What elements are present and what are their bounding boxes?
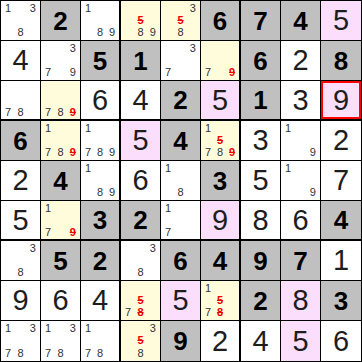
pencil-empty-slot xyxy=(54,202,66,214)
pencil-empty-slot xyxy=(94,162,106,174)
pencil-empty-slot xyxy=(94,174,106,186)
pencil-mark: 3 xyxy=(67,322,79,335)
pencil-empty-slot xyxy=(226,282,238,294)
cell-r2c1[interactable]: 4 xyxy=(1,41,41,81)
pencil-empty-slot xyxy=(67,134,79,146)
given-digit: 2 xyxy=(253,288,267,314)
given-digit: 4 xyxy=(293,8,307,34)
pencil-empty-slot xyxy=(187,14,199,26)
cell-r6c5[interactable]: 17 xyxy=(161,201,201,241)
pencil-empty-slot xyxy=(294,162,306,174)
cell-r2c2[interactable]: 379 xyxy=(41,41,81,81)
pencil-mark-eliminated: 5 xyxy=(134,335,146,348)
cell-r6c7[interactable]: 8 xyxy=(241,201,281,241)
pencil-empty-slot xyxy=(122,254,134,266)
pencil-empty-slot xyxy=(282,174,294,186)
pencil-empty-slot xyxy=(174,202,186,214)
pencil-empty-slot xyxy=(174,162,186,174)
pencil-mark: 8 xyxy=(14,347,26,360)
pencil-mark: 3 xyxy=(27,322,39,335)
cell-r4c3[interactable]: 1789 xyxy=(81,121,121,161)
cell-r8c8[interactable]: 8 xyxy=(281,281,321,321)
cell-r9c8[interactable]: 5 xyxy=(281,321,321,361)
pencil-empty-slot xyxy=(27,94,39,106)
pencil-mark-eliminated: 9 xyxy=(67,226,79,238)
pencil-empty-slot xyxy=(2,94,14,106)
pencil-marks: 578 xyxy=(122,282,159,319)
pencil-empty-slot xyxy=(54,134,66,146)
pencil-mark-eliminated: 5 xyxy=(134,14,146,26)
cell-r8c4[interactable]: 578 xyxy=(121,281,161,321)
cell-r4c1[interactable]: 6 xyxy=(1,121,41,161)
pencil-empty-slot xyxy=(67,94,79,106)
solved-digit: 6 xyxy=(292,206,308,235)
given-digit: 2 xyxy=(93,248,107,274)
given-digit: 2 xyxy=(133,207,147,233)
cell-r1c9[interactable]: 5 xyxy=(321,1,361,41)
cell-r7c5[interactable]: 6 xyxy=(161,241,201,281)
cell-r1c1[interactable]: 138 xyxy=(1,1,41,41)
pencil-empty-slot xyxy=(202,134,214,146)
given-digit: 1 xyxy=(133,48,147,74)
pencil-mark: 9 xyxy=(147,27,159,39)
pencil-empty-slot xyxy=(94,335,106,348)
pencil-empty-slot xyxy=(54,82,66,94)
pencil-empty-slot xyxy=(27,82,39,94)
cell-r1c5[interactable]: 358 xyxy=(161,1,201,41)
given-digit: 2 xyxy=(173,87,187,113)
cell-r2c9[interactable]: 8 xyxy=(321,41,361,81)
solved-digit: 6 xyxy=(52,286,68,315)
pencil-empty-slot xyxy=(282,147,294,159)
cell-r9c7[interactable]: 4 xyxy=(241,321,281,361)
pencil-empty-slot xyxy=(134,322,146,335)
pencil-marks: 358 xyxy=(122,322,159,360)
cell-r3c9[interactable]: 9 xyxy=(321,81,361,121)
pencil-mark: 7 xyxy=(42,106,54,118)
pencil-mark: 3 xyxy=(147,322,159,335)
pencil-mark: 1 xyxy=(2,2,14,14)
cell-r8c7[interactable]: 2 xyxy=(241,281,281,321)
pencil-mark: 8 xyxy=(94,187,106,199)
pencil-mark: 8 xyxy=(134,27,146,39)
cell-r4c5[interactable]: 4 xyxy=(161,121,201,161)
given-digit: 4 xyxy=(334,207,348,233)
cell-r5c3[interactable]: 189 xyxy=(81,161,121,201)
pencil-empty-slot xyxy=(147,267,159,279)
pencil-marks: 138 xyxy=(2,2,39,39)
pencil-empty-slot xyxy=(122,294,134,306)
pencil-empty-slot xyxy=(147,294,159,306)
pencil-mark: 7 xyxy=(42,347,54,360)
pencil-marks: 1789 xyxy=(82,122,118,159)
pencil-empty-slot xyxy=(226,42,238,54)
pencil-empty-slot xyxy=(162,2,174,14)
cell-r1c7[interactable]: 7 xyxy=(241,1,281,41)
pencil-mark-eliminated: 9 xyxy=(67,106,79,118)
pencil-empty-slot xyxy=(2,14,14,26)
pencil-mark-eliminated: 8 xyxy=(134,307,146,319)
cell-r6c4[interactable]: 2 xyxy=(121,201,161,241)
cell-r8c2[interactable]: 6 xyxy=(41,281,81,321)
cell-r5c5[interactable]: 18 xyxy=(161,161,201,201)
given-digit: 5 xyxy=(93,48,107,74)
pencil-mark: 8 xyxy=(94,27,106,39)
pencil-mark: 3 xyxy=(187,2,199,14)
pencil-empty-slot xyxy=(134,254,146,266)
pencil-empty-slot xyxy=(42,54,54,66)
pencil-empty-slot xyxy=(147,282,159,294)
pencil-empty-slot xyxy=(54,214,66,226)
cell-r4c4[interactable]: 5 xyxy=(121,121,161,161)
pencil-empty-slot xyxy=(42,94,54,106)
pencil-empty-slot xyxy=(27,335,39,348)
pencil-mark: 1 xyxy=(42,122,54,134)
pencil-empty-slot xyxy=(2,254,14,266)
given-digit: 4 xyxy=(53,168,67,194)
pencil-empty-slot xyxy=(67,214,79,226)
solved-digit: 5 xyxy=(132,126,148,155)
pencil-mark-eliminated: 5 xyxy=(214,134,226,146)
solved-digit: 5 xyxy=(12,206,28,235)
pencil-empty-slot xyxy=(174,42,186,54)
pencil-empty-slot xyxy=(187,187,199,199)
cell-r7c9[interactable]: 1 xyxy=(321,241,361,281)
pencil-empty-slot xyxy=(54,335,66,348)
pencil-marks: 789 xyxy=(42,82,79,118)
pencil-empty-slot xyxy=(294,174,306,186)
pencil-empty-slot xyxy=(202,54,214,66)
solved-digit: 8 xyxy=(292,286,308,315)
solved-digit: 3 xyxy=(252,126,268,155)
pencil-empty-slot xyxy=(94,14,106,26)
pencil-mark: 9 xyxy=(307,187,319,199)
pencil-empty-slot xyxy=(122,267,134,279)
pencil-marks: 15789 xyxy=(202,122,238,159)
pencil-mark: 1 xyxy=(82,2,94,14)
pencil-mark: 7 xyxy=(42,147,54,159)
cell-r2c3[interactable]: 5 xyxy=(81,41,121,81)
pencil-empty-slot xyxy=(307,122,319,134)
pencil-mark: 3 xyxy=(27,2,39,14)
cell-r7c6[interactable]: 4 xyxy=(201,241,241,281)
pencil-empty-slot xyxy=(27,27,39,39)
pencil-empty-slot xyxy=(54,122,66,134)
pencil-empty-slot xyxy=(94,122,106,134)
cell-r4c6[interactable]: 15789 xyxy=(201,121,241,161)
cell-r7c1[interactable]: 38 xyxy=(1,241,41,281)
given-digit: 2 xyxy=(53,8,67,34)
pencil-mark: 1 xyxy=(162,162,174,174)
cell-r1c3[interactable]: 189 xyxy=(81,1,121,41)
pencil-mark: 8 xyxy=(174,187,186,199)
pencil-mark: 1 xyxy=(42,202,54,214)
cell-r4c9[interactable]: 2 xyxy=(321,121,361,161)
pencil-empty-slot xyxy=(294,122,306,134)
pencil-mark-eliminated: 5 xyxy=(174,14,186,26)
sudoku-board: 1382189589358674543795137796287878964251… xyxy=(0,0,362,362)
pencil-empty-slot xyxy=(122,347,134,360)
pencil-mark: 8 xyxy=(214,147,226,159)
solved-digit: 5 xyxy=(252,166,268,195)
pencil-empty-slot xyxy=(187,27,199,39)
pencil-empty-slot xyxy=(214,42,226,54)
given-digit: 5 xyxy=(53,248,67,274)
pencil-empty-slot xyxy=(2,242,14,254)
cell-r6c2[interactable]: 179 xyxy=(41,201,81,241)
pencil-empty-slot xyxy=(82,187,94,199)
pencil-empty-slot xyxy=(82,14,94,26)
pencil-empty-slot xyxy=(187,67,199,79)
pencil-empty-slot xyxy=(106,174,118,186)
given-digit: 6 xyxy=(253,48,267,74)
pencil-mark: 3 xyxy=(187,42,199,54)
pencil-empty-slot xyxy=(42,134,54,146)
cell-r1c4[interactable]: 589 xyxy=(121,1,161,41)
given-digit: 3 xyxy=(334,288,348,314)
pencil-marks: 38 xyxy=(2,242,39,279)
cell-r5c9[interactable]: 7 xyxy=(321,161,361,201)
pencil-empty-slot xyxy=(162,214,174,226)
pencil-empty-slot xyxy=(106,162,118,174)
pencil-empty-slot xyxy=(54,42,66,54)
cell-r5c7[interactable]: 5 xyxy=(241,161,281,201)
pencil-empty-slot xyxy=(82,27,94,39)
pencil-empty-slot xyxy=(307,134,319,146)
pencil-mark-eliminated: 5 xyxy=(214,294,226,306)
cell-r8c1[interactable]: 9 xyxy=(1,281,41,321)
pencil-empty-slot xyxy=(147,254,159,266)
pencil-mark: 9 xyxy=(106,27,118,39)
cell-r7c8[interactable]: 7 xyxy=(281,241,321,281)
pencil-empty-slot xyxy=(122,335,134,348)
pencil-empty-slot xyxy=(42,82,54,94)
pencil-empty-slot xyxy=(147,2,159,14)
pencil-empty-slot xyxy=(82,335,94,348)
solved-digit: 4 xyxy=(252,327,268,356)
pencil-empty-slot xyxy=(307,174,319,186)
pencil-empty-slot xyxy=(294,187,306,199)
cell-r2c8[interactable]: 2 xyxy=(281,41,321,81)
given-digit: 7 xyxy=(253,8,267,34)
cell-r2c4[interactable]: 1 xyxy=(121,41,161,81)
pencil-empty-slot xyxy=(14,82,26,94)
cell-r3c7[interactable]: 1 xyxy=(241,81,281,121)
pencil-marks: 1578 xyxy=(202,282,238,319)
pencil-empty-slot xyxy=(14,335,26,348)
pencil-empty-slot xyxy=(67,202,79,214)
solved-digit: 4 xyxy=(92,286,108,315)
pencil-mark: 1 xyxy=(82,162,94,174)
cell-r1c6[interactable]: 6 xyxy=(201,1,241,41)
pencil-marks: 37 xyxy=(162,42,199,79)
solved-digit: 9 xyxy=(212,206,228,235)
cell-r8c5[interactable]: 5 xyxy=(161,281,201,321)
pencil-mark: 7 xyxy=(2,106,14,118)
cell-r2c5[interactable]: 37 xyxy=(161,41,201,81)
cell-r5c4[interactable]: 6 xyxy=(121,161,161,201)
pencil-empty-slot xyxy=(106,122,118,134)
cell-r8c3[interactable]: 4 xyxy=(81,281,121,321)
pencil-empty-slot xyxy=(202,42,214,54)
pencil-marks: 78 xyxy=(2,82,39,118)
pencil-empty-slot xyxy=(226,134,238,146)
given-digit: 9 xyxy=(173,328,187,354)
cell-r3c1[interactable]: 78 xyxy=(1,81,41,121)
pencil-marks: 18 xyxy=(162,162,199,199)
pencil-empty-slot xyxy=(27,14,39,26)
cell-r3c5[interactable]: 2 xyxy=(161,81,201,121)
cell-r9c2[interactable]: 1378 xyxy=(41,321,81,361)
cell-r4c2[interactable]: 1789 xyxy=(41,121,81,161)
cell-r9c6[interactable]: 2 xyxy=(201,321,241,361)
pencil-mark-eliminated: 9 xyxy=(226,147,238,159)
pencil-mark-eliminated: 9 xyxy=(67,147,79,159)
cell-r7c3[interactable]: 2 xyxy=(81,241,121,281)
pencil-empty-slot xyxy=(226,54,238,66)
pencil-empty-slot xyxy=(67,347,79,360)
pencil-mark: 1 xyxy=(162,202,174,214)
pencil-empty-slot xyxy=(214,54,226,66)
pencil-empty-slot xyxy=(14,254,26,266)
cell-r3c3[interactable]: 6 xyxy=(81,81,121,121)
cell-r1c8[interactable]: 4 xyxy=(281,1,321,41)
pencil-empty-slot xyxy=(187,54,199,66)
pencil-empty-slot xyxy=(147,335,159,348)
given-digit: 4 xyxy=(213,248,227,274)
pencil-empty-slot xyxy=(307,162,319,174)
pencil-mark: 8 xyxy=(14,27,26,39)
cell-r6c3[interactable]: 3 xyxy=(81,201,121,241)
solved-digit: 8 xyxy=(252,206,268,235)
pencil-mark: 8 xyxy=(174,27,186,39)
pencil-mark: 9 xyxy=(106,147,118,159)
cell-r3c2[interactable]: 789 xyxy=(41,81,81,121)
pencil-mark: 7 xyxy=(202,147,214,159)
pencil-mark: 3 xyxy=(27,242,39,254)
pencil-mark: 3 xyxy=(67,42,79,54)
cell-r4c7[interactable]: 3 xyxy=(241,121,281,161)
pencil-empty-slot xyxy=(226,307,238,319)
cell-r6c1[interactable]: 5 xyxy=(1,201,41,241)
pencil-empty-slot xyxy=(226,294,238,306)
pencil-marks: 358 xyxy=(162,2,199,39)
pencil-empty-slot xyxy=(282,134,294,146)
pencil-empty-slot xyxy=(162,27,174,39)
pencil-empty-slot xyxy=(82,174,94,186)
pencil-mark: 9 xyxy=(106,187,118,199)
pencil-empty-slot xyxy=(122,2,134,14)
cell-r7c7[interactable]: 9 xyxy=(241,241,281,281)
cell-r6c6[interactable]: 9 xyxy=(201,201,241,241)
cell-r2c6[interactable]: 79 xyxy=(201,41,241,81)
cell-r8c6[interactable]: 1578 xyxy=(201,281,241,321)
pencil-mark: 8 xyxy=(94,347,106,360)
cell-r1c2[interactable]: 2 xyxy=(41,1,81,41)
cell-r5c6[interactable]: 3 xyxy=(201,161,241,201)
solved-digit: 6 xyxy=(333,327,349,356)
cell-r9c4[interactable]: 358 xyxy=(121,321,161,361)
cell-r3c8[interactable]: 3 xyxy=(281,81,321,121)
pencil-mark: 1 xyxy=(202,282,214,294)
pencil-empty-slot xyxy=(67,122,79,134)
solved-digit: 2 xyxy=(12,166,28,195)
pencil-mark: 9 xyxy=(307,147,319,159)
pencil-empty-slot xyxy=(82,134,94,146)
pencil-marks: 1789 xyxy=(42,122,79,159)
pencil-empty-slot xyxy=(294,134,306,146)
pencil-empty-slot xyxy=(162,187,174,199)
pencil-marks: 189 xyxy=(82,2,118,39)
pencil-empty-slot xyxy=(2,27,14,39)
pencil-empty-slot xyxy=(94,2,106,14)
cell-r8c9[interactable]: 3 xyxy=(321,281,361,321)
cell-r4c8[interactable]: 19 xyxy=(281,121,321,161)
pencil-mark: 7 xyxy=(2,347,14,360)
cell-r2c7[interactable]: 6 xyxy=(241,41,281,81)
pencil-empty-slot xyxy=(27,254,39,266)
pencil-empty-slot xyxy=(106,134,118,146)
given-digit: 1 xyxy=(253,87,267,113)
pencil-empty-slot xyxy=(42,214,54,226)
cell-r6c9[interactable]: 4 xyxy=(321,201,361,241)
pencil-empty-slot xyxy=(27,347,39,360)
cell-r9c5[interactable]: 9 xyxy=(161,321,201,361)
cell-r6c8[interactable]: 6 xyxy=(281,201,321,241)
cell-r3c4[interactable]: 4 xyxy=(121,81,161,121)
cell-r9c9[interactable]: 6 xyxy=(321,321,361,361)
cell-r7c4[interactable]: 38 xyxy=(121,241,161,281)
pencil-empty-slot xyxy=(147,347,159,360)
pencil-empty-slot xyxy=(162,42,174,54)
pencil-empty-slot xyxy=(282,187,294,199)
pencil-empty-slot xyxy=(122,27,134,39)
cell-r5c1[interactable]: 2 xyxy=(1,161,41,201)
pencil-empty-slot xyxy=(162,14,174,26)
cell-r9c1[interactable]: 1378 xyxy=(1,321,41,361)
pencil-empty-slot xyxy=(67,54,79,66)
pencil-empty-slot xyxy=(2,267,14,279)
given-digit: 4 xyxy=(173,128,187,154)
pencil-mark: 8 xyxy=(134,347,146,360)
pencil-empty-slot xyxy=(54,226,66,238)
cell-r3c6[interactable]: 5 xyxy=(201,81,241,121)
pencil-empty-slot xyxy=(54,67,66,79)
cell-r9c3[interactable]: 178 xyxy=(81,321,121,361)
pencil-empty-slot xyxy=(2,82,14,94)
pencil-empty-slot xyxy=(147,14,159,26)
pencil-empty-slot xyxy=(106,322,118,335)
cell-r5c2[interactable]: 4 xyxy=(41,161,81,201)
cell-r7c2[interactable]: 5 xyxy=(41,241,81,281)
pencil-empty-slot xyxy=(134,2,146,14)
pencil-empty-slot xyxy=(94,134,106,146)
pencil-mark: 9 xyxy=(67,67,79,79)
pencil-empty-slot xyxy=(14,242,26,254)
cell-r5c8[interactable]: 19 xyxy=(281,161,321,201)
pencil-mark: 7 xyxy=(162,67,174,79)
pencil-mark: 8 xyxy=(54,347,66,360)
pencil-empty-slot xyxy=(42,42,54,54)
pencil-empty-slot xyxy=(174,174,186,186)
pencil-empty-slot xyxy=(94,322,106,335)
pencil-empty-slot xyxy=(54,54,66,66)
pencil-empty-slot xyxy=(14,94,26,106)
given-digit: 8 xyxy=(334,48,348,74)
pencil-marks: 179 xyxy=(42,202,79,238)
pencil-empty-slot xyxy=(162,54,174,66)
pencil-empty-slot xyxy=(14,322,26,335)
